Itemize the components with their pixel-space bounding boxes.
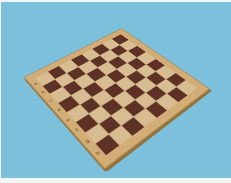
piece-glyph: ♟ — [143, 61, 154, 73]
piece-glyph: ♟ — [164, 76, 175, 88]
piece-glyph: ♟ — [175, 84, 186, 97]
piece-glyph: ♟ — [134, 54, 144, 65]
piece-glyph: ♜ — [103, 131, 118, 148]
piece-glyph: ♟ — [117, 124, 130, 138]
piece-glyph: ♟ — [153, 68, 164, 80]
photo-canvas: abcdefgh ♜♞♝♛♚♝♞♜♟♟♟♟♟♟♟♟♟♟♟♟♟♟♟♟♜♞♝♛♚♝♞… — [0, 0, 231, 183]
